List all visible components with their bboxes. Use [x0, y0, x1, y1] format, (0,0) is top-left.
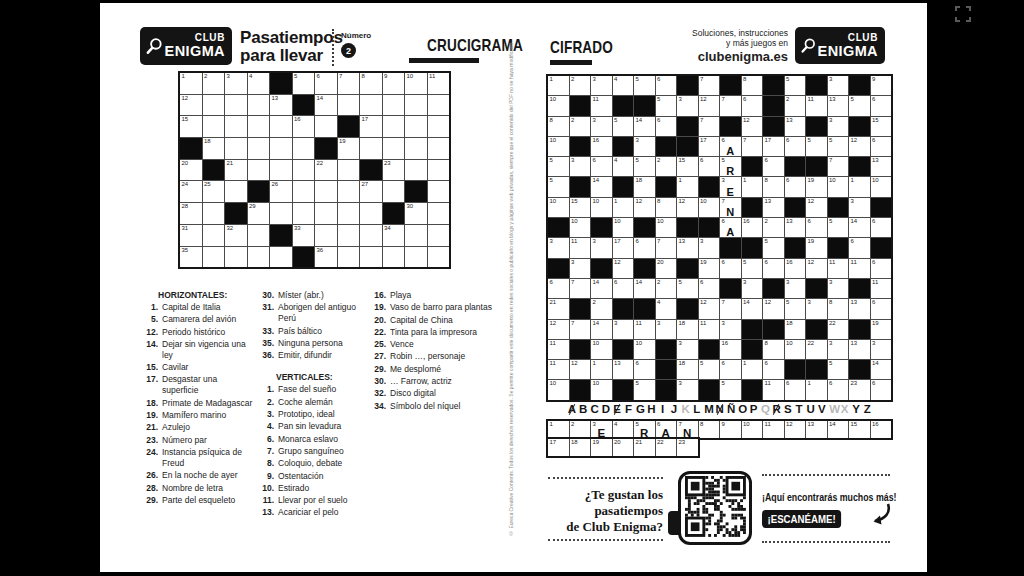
crossword-cell[interactable]: 36: [315, 247, 337, 268]
crossword-cell[interactable]: 29: [248, 203, 270, 224]
cipher-cell[interactable]: 6: [785, 177, 806, 196]
cipher-cell[interactable]: 12: [548, 320, 569, 339]
answer-cell[interactable]: 8: [699, 421, 720, 438]
cipher-cell[interactable]: 3: [849, 198, 870, 217]
crossword-cell[interactable]: 26: [270, 181, 292, 202]
crossword-cell[interactable]: [315, 225, 337, 246]
cipher-cell[interactable]: 8: [742, 76, 763, 95]
crossword-cell[interactable]: [428, 203, 450, 224]
answer-cell[interactable]: 13: [806, 421, 827, 438]
crossword-cell[interactable]: 9: [383, 73, 405, 94]
crossword-cell[interactable]: 23: [383, 160, 405, 181]
cipher-cell[interactable]: 13: [677, 238, 698, 257]
cipher-cell[interactable]: 10: [591, 340, 612, 359]
crossword-cell[interactable]: [360, 225, 382, 246]
cipher-cell[interactable]: 3: [656, 320, 677, 339]
cipher-cell[interactable]: 3: [677, 96, 698, 115]
cipher-cell[interactable]: 5: [699, 360, 720, 379]
cipher-cell[interactable]: 5: [828, 137, 849, 156]
cipher-cell[interactable]: 1: [613, 198, 634, 217]
cipher-cell[interactable]: 7: [656, 238, 677, 257]
cipher-cell[interactable]: 3: [677, 340, 698, 359]
answer-cell[interactable]: 18: [570, 439, 591, 456]
cipher-cell[interactable]: 3: [828, 117, 849, 136]
cipher-cell[interactable]: 17: [613, 238, 634, 257]
crossword-cell[interactable]: [248, 116, 270, 137]
cipher-cell[interactable]: 6A: [720, 218, 741, 237]
crossword-cell[interactable]: [383, 95, 405, 116]
cipher-cell[interactable]: 3: [591, 117, 612, 136]
cipher-cell[interactable]: 5: [828, 218, 849, 237]
cipher-cell[interactable]: 11: [849, 259, 870, 278]
crossword-cell[interactable]: [225, 247, 247, 268]
crossword-cell[interactable]: [428, 138, 450, 159]
crossword-cell[interactable]: [225, 181, 247, 202]
crossword-cell[interactable]: [428, 160, 450, 181]
crossword-cell[interactable]: [315, 203, 337, 224]
cipher-cell[interactable]: 6: [806, 218, 827, 237]
crossword-cell[interactable]: [225, 95, 247, 116]
cipher-cell[interactable]: 2: [591, 299, 612, 318]
cipher-cell[interactable]: 11: [548, 340, 569, 359]
cipher-cell[interactable]: 3: [634, 137, 655, 156]
cipher-cell[interactable]: 1: [849, 177, 870, 196]
cipher-cell[interactable]: 10: [570, 218, 591, 237]
answer-cell[interactable]: 6A: [656, 421, 677, 438]
crossword-cell[interactable]: 27: [360, 181, 382, 202]
cipher-cell[interactable]: 14: [591, 320, 612, 339]
cipher-cell[interactable]: 3: [677, 380, 698, 399]
cipher-cell[interactable]: 6: [591, 157, 612, 176]
cipher-cell[interactable]: 20: [656, 259, 677, 278]
crossword-cell[interactable]: 5: [293, 73, 315, 94]
answer-cell[interactable]: 3E: [591, 421, 612, 438]
cipher-cell[interactable]: 2: [570, 76, 591, 95]
crossword-cell[interactable]: 34: [383, 225, 405, 246]
answer-cell[interactable]: 23: [677, 439, 698, 456]
crossword-cell[interactable]: [383, 116, 405, 137]
crossword-cell[interactable]: 17: [360, 116, 382, 137]
cipher-cell[interactable]: 10: [828, 177, 849, 196]
crossword-cell[interactable]: [293, 181, 315, 202]
crossword-cell[interactable]: [248, 95, 270, 116]
crossword-cell[interactable]: [428, 95, 450, 116]
cipher-cell[interactable]: 12: [613, 259, 634, 278]
answer-cell[interactable]: 7N: [677, 421, 698, 438]
crossword-cell[interactable]: 1: [180, 73, 202, 94]
cipher-cell[interactable]: 3: [591, 76, 612, 95]
cipher-cell[interactable]: 5: [785, 76, 806, 95]
crossword-cell[interactable]: [360, 138, 382, 159]
crossword-cell[interactable]: 12: [180, 95, 202, 116]
cipher-cell[interactable]: 1: [677, 177, 698, 196]
cipher-cell[interactable]: 8: [828, 299, 849, 318]
cipher-cell[interactable]: 18: [785, 320, 806, 339]
cipher-cell[interactable]: 3: [613, 320, 634, 339]
crossword-cell[interactable]: 31: [180, 225, 202, 246]
crossword-cell[interactable]: [248, 225, 270, 246]
cipher-cell[interactable]: 17: [763, 137, 784, 156]
cipher-cell[interactable]: 2: [570, 117, 591, 136]
crossword-cell[interactable]: [203, 203, 225, 224]
cipher-cell[interactable]: 5: [613, 117, 634, 136]
crossword-cell[interactable]: [383, 138, 405, 159]
crossword-cell[interactable]: [248, 160, 270, 181]
answer-cell[interactable]: 11: [763, 421, 784, 438]
cipher-cell[interactable]: 3: [699, 238, 720, 257]
cipher-cell[interactable]: 5: [634, 76, 655, 95]
cipher-cell[interactable]: 6: [763, 360, 784, 379]
cipher-cell[interactable]: 4: [613, 157, 634, 176]
cipher-cell[interactable]: 11: [548, 360, 569, 379]
cipher-cell[interactable]: 12: [763, 299, 784, 318]
cipher-cell[interactable]: 3: [720, 320, 741, 339]
cipher-cell[interactable]: 6: [613, 279, 634, 298]
crossword-cell[interactable]: [338, 225, 360, 246]
crossword-cell[interactable]: [203, 95, 225, 116]
crossword-cell[interactable]: [270, 247, 292, 268]
cipher-cell[interactable]: 6: [634, 238, 655, 257]
crossword-cell[interactable]: [270, 138, 292, 159]
cipher-cell[interactable]: 10: [785, 340, 806, 359]
cipher-cell[interactable]: 5: [828, 360, 849, 379]
cipher-cell[interactable]: 8: [763, 177, 784, 196]
crossword-cell[interactable]: [338, 181, 360, 202]
cipher-cell[interactable]: 11: [591, 96, 612, 115]
cipher-cell[interactable]: 16: [742, 218, 763, 237]
crossword-cell[interactable]: 3: [225, 73, 247, 94]
answer-cell[interactable]: 21: [634, 439, 655, 456]
cipher-cell[interactable]: 12: [849, 137, 870, 156]
cipher-cell[interactable]: 3: [742, 279, 763, 298]
cipher-cell[interactable]: 10: [656, 218, 677, 237]
crossword-cell[interactable]: [270, 160, 292, 181]
crossword-cell[interactable]: 7: [338, 73, 360, 94]
crossword-cell[interactable]: 18: [203, 138, 225, 159]
cipher-cell[interactable]: 3: [548, 238, 569, 257]
crossword-cell[interactable]: 25: [203, 181, 225, 202]
cipher-cell[interactable]: 10: [613, 218, 634, 237]
crossword-cell[interactable]: 11: [428, 73, 450, 94]
cipher-cell[interactable]: 6: [871, 380, 892, 399]
cipher-cell[interactable]: 4: [613, 76, 634, 95]
crossword-cell[interactable]: [248, 247, 270, 268]
cipher-cell[interactable]: 3: [871, 340, 892, 359]
crossword-cell[interactable]: [383, 247, 405, 268]
crossword-cell[interactable]: [203, 247, 225, 268]
cipher-cell[interactable]: 7: [828, 157, 849, 176]
cipher-cell[interactable]: 10: [699, 198, 720, 217]
cipher-cell[interactable]: 6: [548, 279, 569, 298]
crossword-cell[interactable]: [338, 203, 360, 224]
cipher-cell[interactable]: 4: [656, 299, 677, 318]
cipher-cell[interactable]: 13: [763, 198, 784, 217]
cipher-cell[interactable]: 12: [699, 96, 720, 115]
crossword-cell[interactable]: [315, 181, 337, 202]
crossword-cell[interactable]: [293, 138, 315, 159]
cipher-cell[interactable]: 14: [849, 218, 870, 237]
cipher-cell[interactable]: 12: [699, 299, 720, 318]
crossword-cell[interactable]: 33: [293, 225, 315, 246]
answer-cell[interactable]: 12: [785, 421, 806, 438]
cipher-cell[interactable]: 10: [591, 198, 612, 217]
cipher-cell[interactable]: 6: [699, 157, 720, 176]
cipher-cell[interactable]: 10: [634, 340, 655, 359]
cipher-cell[interactable]: 11: [570, 238, 591, 257]
cipher-cell[interactable]: 8: [548, 117, 569, 136]
cipher-cell[interactable]: 11: [871, 279, 892, 298]
crossword-cell[interactable]: [405, 225, 427, 246]
cipher-cell[interactable]: 6: [871, 259, 892, 278]
crossword-cell[interactable]: [270, 203, 292, 224]
cipher-cell[interactable]: 7: [699, 76, 720, 95]
crossword-cell[interactable]: [360, 247, 382, 268]
cipher-cell[interactable]: 6: [763, 157, 784, 176]
cipher-cell[interactable]: 16: [591, 137, 612, 156]
cipher-cell[interactable]: 7: [720, 96, 741, 115]
cipher-cell[interactable]: 6: [656, 76, 677, 95]
cipher-cell[interactable]: 14: [591, 279, 612, 298]
crossword-cell[interactable]: 6: [315, 73, 337, 94]
cipher-cell[interactable]: 16: [720, 340, 741, 359]
cipher-cell[interactable]: 6: [871, 96, 892, 115]
crossword-cell[interactable]: [225, 116, 247, 137]
crossword-cell[interactable]: [338, 247, 360, 268]
cipher-cell[interactable]: 14: [591, 177, 612, 196]
cipher-cell[interactable]: 11: [699, 320, 720, 339]
cipher-cell[interactable]: 7: [742, 137, 763, 156]
crossword-cell[interactable]: [383, 181, 405, 202]
crossword-cell[interactable]: [248, 138, 270, 159]
crossword-cell[interactable]: [203, 225, 225, 246]
answer-cell[interactable]: 15: [849, 421, 870, 438]
cipher-cell[interactable]: 14: [871, 360, 892, 379]
crossword-cell[interactable]: 22: [315, 160, 337, 181]
cipher-cell[interactable]: 6: [656, 117, 677, 136]
cipher-cell[interactable]: 18: [677, 320, 698, 339]
cipher-cell[interactable]: 5: [763, 238, 784, 257]
crossword-cell[interactable]: 28: [180, 203, 202, 224]
crossword-cell[interactable]: [405, 116, 427, 137]
crossword-cell[interactable]: 24: [180, 181, 202, 202]
cipher-cell[interactable]: 12: [806, 259, 827, 278]
answer-cell[interactable]: 17: [548, 439, 569, 456]
cipher-cell[interactable]: 5: [849, 96, 870, 115]
cipher-cell[interactable]: 13: [849, 299, 870, 318]
cipher-cell[interactable]: 3: [828, 340, 849, 359]
cipher-cell[interactable]: 5: [656, 96, 677, 115]
cipher-cell[interactable]: 9: [871, 76, 892, 95]
cipher-cell[interactable]: 19: [806, 238, 827, 257]
cipher-cell[interactable]: 12: [677, 198, 698, 217]
crossword-cell[interactable]: 13: [270, 95, 292, 116]
crossword-cell[interactable]: [293, 160, 315, 181]
cipher-cell[interactable]: 6: [871, 218, 892, 237]
cipher-cell[interactable]: 10: [548, 198, 569, 217]
crossword-cell[interactable]: [360, 203, 382, 224]
cipher-cell[interactable]: 16: [785, 259, 806, 278]
cipher-cell[interactable]: 5: [634, 380, 655, 399]
cipher-cell[interactable]: 23: [849, 380, 870, 399]
cipher-cell[interactable]: 3: [591, 238, 612, 257]
cipher-cell[interactable]: 8: [656, 198, 677, 217]
crossword-cell[interactable]: [270, 116, 292, 137]
cipher-cell[interactable]: 6: [699, 279, 720, 298]
cipher-cell[interactable]: 11: [806, 96, 827, 115]
cipher-cell[interactable]: 12: [742, 117, 763, 136]
cipher-cell[interactable]: 15: [677, 157, 698, 176]
answer-cell[interactable]: 4: [613, 421, 634, 438]
cipher-cell[interactable]: 6: [871, 137, 892, 156]
promo-site-link[interactable]: clubenigma.es: [660, 49, 788, 64]
cipher-cell[interactable]: 7N: [720, 198, 741, 217]
cipher-cell[interactable]: 5R: [720, 157, 741, 176]
crossword-cell[interactable]: [405, 247, 427, 268]
answer-cell[interactable]: 5R: [634, 421, 655, 438]
cipher-cell[interactable]: 1: [548, 76, 569, 95]
cipher-cell[interactable]: 1: [806, 380, 827, 399]
cipher-cell[interactable]: 19: [699, 259, 720, 278]
cipher-cell[interactable]: 7: [720, 299, 741, 318]
cipher-cell[interactable]: 6: [828, 380, 849, 399]
cipher-cell[interactable]: 14: [634, 117, 655, 136]
cipher-cell[interactable]: 3: [570, 157, 591, 176]
cipher-cell[interactable]: 7: [699, 117, 720, 136]
cipher-cell[interactable]: 1: [742, 177, 763, 196]
cipher-cell[interactable]: 5: [720, 380, 741, 399]
cipher-cell[interactable]: 2: [785, 96, 806, 115]
crossword-cell[interactable]: 15: [180, 116, 202, 137]
cipher-cell[interactable]: 10: [548, 137, 569, 156]
cipher-cell[interactable]: 22: [828, 320, 849, 339]
cipher-cell[interactable]: 5: [677, 279, 698, 298]
answer-cell[interactable]: 16: [871, 421, 892, 438]
cipher-cell[interactable]: 6: [785, 380, 806, 399]
crossword-cell[interactable]: [428, 225, 450, 246]
fullscreen-icon[interactable]: [955, 6, 971, 22]
crossword-cell[interactable]: [405, 138, 427, 159]
crossword-cell[interactable]: [293, 203, 315, 224]
cipher-cell[interactable]: 6: [871, 299, 892, 318]
cipher-cell[interactable]: 5: [548, 157, 569, 176]
cipher-cell[interactable]: 7: [570, 279, 591, 298]
answer-cell[interactable]: 2: [570, 421, 591, 438]
cipher-cell[interactable]: 3E: [720, 177, 741, 196]
cipher-cell[interactable]: 5: [548, 177, 569, 196]
cipher-cell[interactable]: 3: [570, 259, 591, 278]
cipher-cell[interactable]: 6: [634, 360, 655, 379]
cipher-cell[interactable]: 15: [871, 117, 892, 136]
cipher-cell[interactable]: 13: [785, 218, 806, 237]
crossword-cell[interactable]: 16: [293, 116, 315, 137]
crossword-cell[interactable]: [428, 247, 450, 268]
cipher-cell[interactable]: 10: [591, 380, 612, 399]
crossword-cell[interactable]: 21: [225, 160, 247, 181]
cipher-cell[interactable]: 2: [763, 218, 784, 237]
cipher-cell[interactable]: 5: [742, 259, 763, 278]
answer-cell[interactable]: 19: [591, 439, 612, 456]
cipher-cell[interactable]: 6: [720, 259, 741, 278]
cipher-cell[interactable]: 12: [806, 198, 827, 217]
crossword-cell[interactable]: 30: [405, 203, 427, 224]
crossword-cell[interactable]: 32: [225, 225, 247, 246]
cipher-cell[interactable]: 6A: [720, 137, 741, 156]
cipher-cell[interactable]: 11: [763, 380, 784, 399]
crossword-cell[interactable]: [360, 95, 382, 116]
crossword-cell[interactable]: [405, 160, 427, 181]
cipher-cell[interactable]: 5: [785, 299, 806, 318]
crossword-cell[interactable]: 14: [315, 95, 337, 116]
crossword-cell[interactable]: 35: [180, 247, 202, 268]
cipher-cell[interactable]: 11: [634, 320, 655, 339]
cipher-cell[interactable]: 13: [828, 96, 849, 115]
cipher-cell[interactable]: 7: [570, 320, 591, 339]
cipher-cell[interactable]: 13: [785, 117, 806, 136]
crossword-cell[interactable]: 10: [405, 73, 427, 94]
cipher-cell[interactable]: 12: [634, 198, 655, 217]
cipher-cell[interactable]: 3: [806, 299, 827, 318]
crossword-cell[interactable]: [405, 95, 427, 116]
cipher-cell[interactable]: 13: [871, 157, 892, 176]
cipher-cell[interactable]: 6: [742, 96, 763, 115]
cipher-cell[interactable]: 6: [720, 360, 741, 379]
crossword-cell[interactable]: [428, 181, 450, 202]
cipher-cell[interactable]: 3: [785, 279, 806, 298]
cipher-cell[interactable]: 8: [763, 340, 784, 359]
cipher-cell[interactable]: 10: [548, 96, 569, 115]
cipher-cell[interactable]: 18: [634, 177, 655, 196]
crossword-cell[interactable]: 8: [360, 73, 382, 94]
cipher-cell[interactable]: 11: [828, 259, 849, 278]
answer-cell[interactable]: 14: [828, 421, 849, 438]
cipher-cell[interactable]: 2: [656, 157, 677, 176]
crossword-cell[interactable]: [225, 138, 247, 159]
crossword-cell[interactable]: 4: [248, 73, 270, 94]
crossword-cell[interactable]: [203, 116, 225, 137]
cipher-cell[interactable]: 22: [806, 340, 827, 359]
answer-cell[interactable]: 9: [720, 421, 741, 438]
cipher-cell[interactable]: 1: [591, 360, 612, 379]
crossword-cell[interactable]: [338, 95, 360, 116]
crossword-cell[interactable]: [315, 116, 337, 137]
cipher-cell[interactable]: 14: [742, 299, 763, 318]
cipher-cell[interactable]: 12: [570, 360, 591, 379]
cipher-cell[interactable]: 3: [828, 279, 849, 298]
cipher-cell[interactable]: 10: [871, 177, 892, 196]
cipher-cell[interactable]: 10: [548, 380, 569, 399]
cipher-cell[interactable]: 1: [742, 360, 763, 379]
cipher-cell[interactable]: 17: [699, 137, 720, 156]
cipher-cell[interactable]: 5: [806, 137, 827, 156]
cipher-cell[interactable]: 2: [656, 279, 677, 298]
crossword-cell[interactable]: [338, 160, 360, 181]
cipher-cell[interactable]: 13: [613, 360, 634, 379]
cipher-cell[interactable]: 15: [570, 198, 591, 217]
cipher-cell[interactable]: 14: [634, 279, 655, 298]
answer-cell[interactable]: 22: [656, 439, 677, 456]
answer-cell[interactable]: 10: [742, 421, 763, 438]
cipher-cell[interactable]: 6: [849, 238, 870, 257]
crossword-cell[interactable]: [428, 116, 450, 137]
cipher-cell[interactable]: 18: [677, 360, 698, 379]
cipher-cell[interactable]: 21: [548, 299, 569, 318]
cipher-cell[interactable]: 3: [828, 76, 849, 95]
cipher-cell[interactable]: 19: [871, 320, 892, 339]
cipher-cell[interactable]: 13: [849, 340, 870, 359]
cipher-cell[interactable]: 6: [785, 137, 806, 156]
crossword-cell[interactable]: 19: [338, 138, 360, 159]
answer-cell[interactable]: 20: [613, 439, 634, 456]
